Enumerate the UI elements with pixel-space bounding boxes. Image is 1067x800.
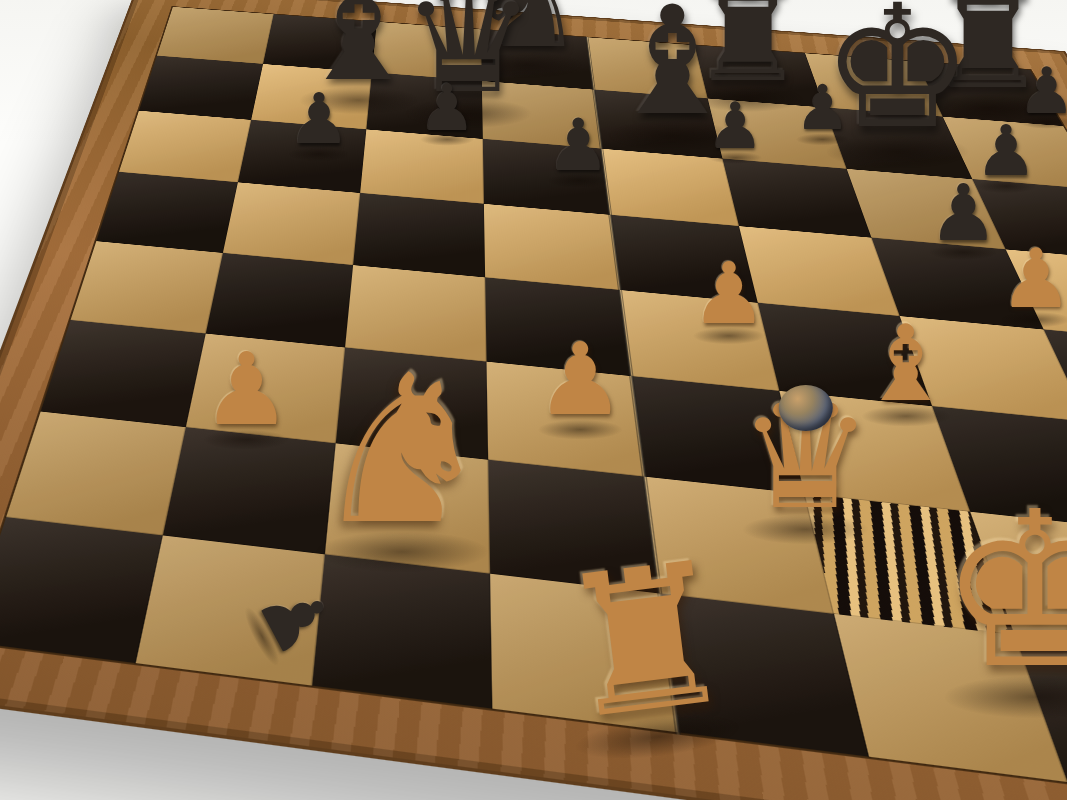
light-rook-e2[interactable]: ♜ <box>547 534 744 749</box>
dark-pawn-glyph: ♟ <box>929 175 999 253</box>
square-a7[interactable] <box>139 56 263 120</box>
square-c5[interactable] <box>353 193 485 278</box>
square-a4[interactable] <box>70 241 223 334</box>
dark-pawn-g6[interactable]: ♟ <box>929 175 999 253</box>
light-pawn-glyph: ♟ <box>202 340 292 440</box>
square-b5[interactable] <box>223 182 360 265</box>
light-knight-b4[interactable]: ♞ <box>310 348 494 553</box>
light-pawn-glyph: ♟ <box>691 252 767 337</box>
dark-pawn-glyph: ♟ <box>795 77 851 139</box>
light-bishop-g5[interactable]: ♝ <box>859 312 953 417</box>
marbled-ball-head <box>779 385 833 432</box>
dark-pawn-b7[interactable]: ♟ <box>418 76 475 140</box>
light-bishop-glyph: ♝ <box>859 312 953 417</box>
dark-pawn-glyph: ♟ <box>706 94 763 158</box>
square-d5[interactable] <box>484 204 620 290</box>
light-pawn-d5[interactable]: ♟ <box>536 330 626 430</box>
square-a1[interactable] <box>0 517 163 663</box>
dark-pawn-glyph: ♟ <box>546 109 611 181</box>
dark-pawn-d7[interactable]: ♟ <box>546 109 611 181</box>
dark-pawn-glyph: ♟ <box>418 76 475 140</box>
light-pawn-glyph: ♟ <box>536 330 626 430</box>
light-pawn-e5[interactable]: ♟ <box>691 252 767 337</box>
light-rook-glyph: ♜ <box>547 534 744 749</box>
light-king-h3[interactable]: ♚ <box>939 483 1067 698</box>
light-pawn-glyph: ♟ <box>999 238 1067 320</box>
dark-pawn-glyph: ♟ <box>288 85 351 155</box>
square-a8[interactable] <box>157 7 274 64</box>
light-pawn-h5[interactable]: ♟ <box>999 238 1067 320</box>
square-a5[interactable] <box>96 172 238 253</box>
photo-stage: ♝♛♞♝♜♚♜♟♟♟♟♟♟♟♟♟♞♟♟♛♝♟♚♜♟ <box>0 0 1067 800</box>
light-king-glyph: ♚ <box>939 483 1067 698</box>
square-a2[interactable] <box>6 411 186 535</box>
dark-pawn-a7[interactable]: ♟ <box>288 85 351 155</box>
light-knight-glyph: ♞ <box>310 348 494 553</box>
square-a3[interactable] <box>41 320 206 427</box>
dark-pawn-f7[interactable]: ♟ <box>795 77 851 139</box>
dark-pawn-e7[interactable]: ♟ <box>706 94 763 158</box>
light-queen-f4[interactable]: ♛ <box>738 380 872 530</box>
square-a6[interactable] <box>119 110 251 182</box>
light-pawn-a5[interactable]: ♟ <box>202 340 292 440</box>
